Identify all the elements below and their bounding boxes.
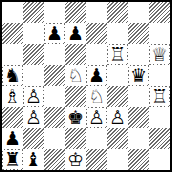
black-pawn-d7: ♟: [65, 23, 86, 44]
square-a6[interactable]: [2, 44, 23, 65]
square-h8[interactable]: [149, 2, 170, 23]
square-e5[interactable]: ♟: [86, 65, 107, 86]
square-c6[interactable]: [44, 44, 65, 65]
square-h4[interactable]: ♖: [149, 86, 170, 107]
white-pawn-e3: ♙: [87, 108, 106, 127]
square-f6[interactable]: ♖: [107, 44, 128, 65]
square-d5[interactable]: ♘: [65, 65, 86, 86]
white-knight-e4: ♘: [86, 86, 107, 107]
square-f3[interactable]: ♙: [107, 107, 128, 128]
square-e2[interactable]: [86, 128, 107, 149]
white-pawn-b3: ♙: [23, 107, 44, 128]
square-g2[interactable]: [128, 128, 149, 149]
square-b7[interactable]: [23, 23, 44, 44]
square-h6[interactable]: ♕: [149, 44, 170, 65]
square-g6[interactable]: [128, 44, 149, 65]
black-pawn-a2: ♟: [2, 128, 23, 149]
square-f4[interactable]: [107, 86, 128, 107]
square-a7[interactable]: [2, 23, 23, 44]
square-a1[interactable]: ♜: [2, 149, 23, 170]
square-h5[interactable]: [149, 65, 170, 86]
square-g5[interactable]: ♛: [128, 65, 149, 86]
square-c4[interactable]: [44, 86, 65, 107]
white-pawn-b4: ♙: [24, 87, 43, 106]
square-h2[interactable]: [149, 128, 170, 149]
square-g3[interactable]: [128, 107, 149, 128]
square-d8[interactable]: [65, 2, 86, 23]
square-a3[interactable]: [2, 107, 23, 128]
white-rook-f6: ♖: [108, 45, 127, 64]
square-a4[interactable]: ♗: [2, 86, 23, 107]
square-e1[interactable]: [86, 149, 107, 170]
white-queen-h6: ♕: [150, 45, 169, 64]
square-b8[interactable]: [23, 2, 44, 23]
white-pawn-f3: ♙: [107, 107, 128, 128]
square-f5[interactable]: [107, 65, 128, 86]
black-bishop-b1: ♝: [23, 149, 44, 170]
square-f1[interactable]: [107, 149, 128, 170]
square-b1[interactable]: ♝: [23, 149, 44, 170]
square-c3[interactable]: [44, 107, 65, 128]
square-b2[interactable]: [23, 128, 44, 149]
white-king-d1: ♔: [65, 149, 86, 170]
square-g1[interactable]: [128, 149, 149, 170]
square-f7[interactable]: [107, 23, 128, 44]
square-f8[interactable]: [107, 2, 128, 23]
square-h1[interactable]: [149, 149, 170, 170]
square-e7[interactable]: [86, 23, 107, 44]
black-king-d3: ♚: [65, 107, 86, 128]
square-c1[interactable]: [44, 149, 65, 170]
square-a2[interactable]: ♟: [2, 128, 23, 149]
square-e3[interactable]: ♙: [86, 107, 107, 128]
square-b4[interactable]: ♙: [23, 86, 44, 107]
square-b3[interactable]: ♙: [23, 107, 44, 128]
square-a8[interactable]: [2, 2, 23, 23]
white-rook-h4: ♖: [150, 87, 169, 106]
square-d4[interactable]: [65, 86, 86, 107]
white-knight-d5: ♘: [65, 65, 86, 86]
black-queen-g5: ♛: [129, 66, 148, 85]
square-d3[interactable]: ♚: [65, 107, 86, 128]
black-rook-a1: ♜: [3, 150, 22, 169]
square-g7[interactable]: [128, 23, 149, 44]
square-b6[interactable]: [23, 44, 44, 65]
square-a5[interactable]: ♞: [2, 65, 23, 86]
black-pawn-c7: ♟: [45, 24, 64, 43]
chess-board: ♟♟♖♕♞♘♟♛♗♙♘♖♙♚♙♙♟♜♝♔: [0, 0, 172, 172]
square-f2[interactable]: [107, 128, 128, 149]
white-bishop-a4: ♗: [2, 86, 23, 107]
square-c7[interactable]: ♟: [44, 23, 65, 44]
square-e6[interactable]: [86, 44, 107, 65]
square-e8[interactable]: [86, 2, 107, 23]
square-e4[interactable]: ♘: [86, 86, 107, 107]
square-d7[interactable]: ♟: [65, 23, 86, 44]
square-d2[interactable]: [65, 128, 86, 149]
square-d6[interactable]: [65, 44, 86, 65]
square-g4[interactable]: [128, 86, 149, 107]
black-knight-a5: ♞: [3, 66, 22, 85]
black-pawn-e5: ♟: [87, 66, 106, 85]
square-g8[interactable]: [128, 2, 149, 23]
square-h7[interactable]: [149, 23, 170, 44]
square-c2[interactable]: [44, 128, 65, 149]
square-h3[interactable]: [149, 107, 170, 128]
square-d1[interactable]: ♔: [65, 149, 86, 170]
square-c8[interactable]: [44, 2, 65, 23]
square-b5[interactable]: [23, 65, 44, 86]
square-c5[interactable]: [44, 65, 65, 86]
